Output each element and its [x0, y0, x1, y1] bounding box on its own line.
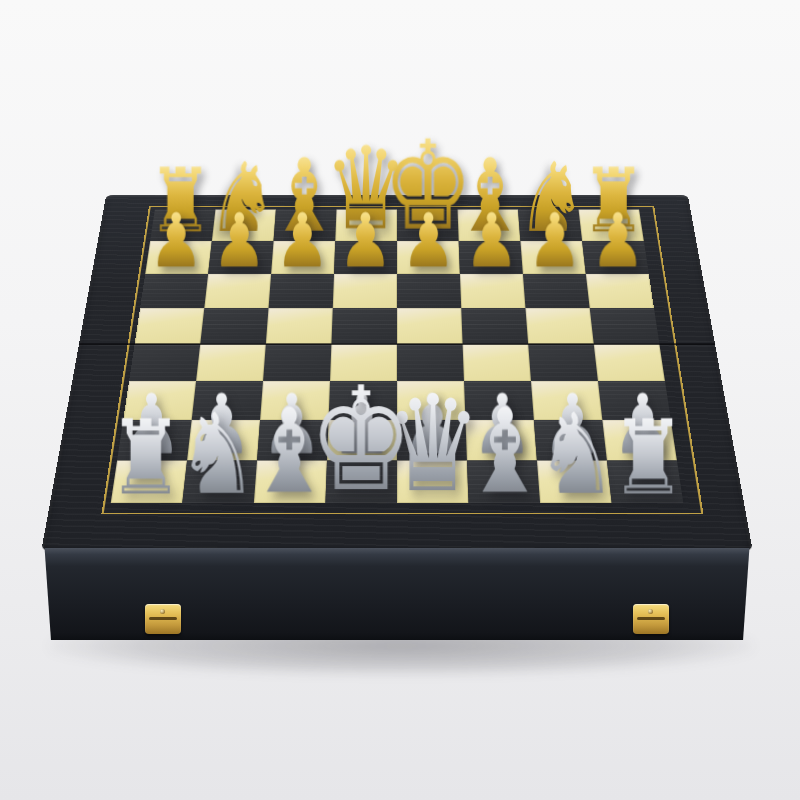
square-c7[interactable]: ♟ [271, 241, 335, 274]
piece-gold-pawn[interactable]: ♟ [590, 203, 645, 278]
left-latch [145, 604, 181, 634]
piece-gold-pawn[interactable]: ♟ [149, 203, 204, 278]
left-latch-slot [149, 617, 177, 620]
square-d6[interactable] [333, 274, 397, 308]
piece-silver-rook[interactable]: ♜ [108, 406, 184, 510]
piece-gold-pawn[interactable]: ♟ [275, 203, 330, 278]
piece-silver-rook[interactable]: ♜ [610, 406, 686, 510]
square-e5[interactable] [397, 308, 463, 344]
square-a7[interactable]: ♟ [145, 241, 212, 274]
left-latch-screw [160, 609, 165, 614]
square-b6[interactable] [204, 274, 271, 308]
square-g6[interactable] [523, 274, 590, 308]
square-h5[interactable] [590, 308, 660, 344]
right-latch-slot [637, 617, 665, 620]
square-g5[interactable] [525, 308, 593, 344]
board-grid: ♜♞♝♛♚♝♞♜♟♟♟♟♟♟♟♟♟♟♟♟♟♟♟♟♜♞♝♚♛♝♞♜ [111, 209, 694, 503]
square-c5[interactable] [266, 308, 333, 344]
box-top-surface: ♜♞♝♛♚♝♞♜♟♟♟♟♟♟♟♟♟♟♟♟♟♟♟♟♜♞♝♚♛♝♞♜ [41, 195, 752, 551]
piece-gold-pawn[interactable]: ♟ [212, 203, 267, 278]
square-g1[interactable]: ♞ [537, 461, 612, 503]
board-frame-goldline: ♜♞♝♛♚♝♞♜♟♟♟♟♟♟♟♟♟♟♟♟♟♟♟♟♜♞♝♚♛♝♞♜ [101, 206, 703, 514]
square-d5[interactable] [331, 308, 397, 344]
piece-gold-pawn[interactable]: ♟ [464, 203, 519, 278]
square-g7[interactable]: ♟ [520, 241, 585, 274]
square-h6[interactable] [586, 274, 654, 308]
piece-silver-king[interactable]: ♚ [308, 368, 413, 512]
square-f6[interactable] [460, 274, 526, 308]
piece-gold-pawn[interactable]: ♟ [338, 203, 393, 278]
box-front-face [41, 548, 753, 640]
square-e7[interactable]: ♟ [397, 241, 460, 274]
piece-silver-knight[interactable]: ♞ [536, 398, 618, 510]
square-e6[interactable] [397, 274, 461, 308]
square-a5[interactable] [135, 308, 205, 344]
square-b7[interactable]: ♟ [208, 241, 273, 274]
piece-gold-pawn[interactable]: ♟ [401, 203, 456, 278]
square-d7[interactable]: ♟ [334, 241, 397, 274]
square-h1[interactable]: ♜ [607, 461, 683, 503]
right-latch [633, 604, 669, 634]
square-a6[interactable] [140, 274, 208, 308]
square-f7[interactable]: ♟ [459, 241, 523, 274]
square-b5[interactable] [200, 308, 268, 344]
right-latch-screw [648, 609, 653, 614]
square-d1[interactable]: ♚ [325, 461, 397, 503]
square-h7[interactable]: ♟ [582, 241, 649, 274]
square-c6[interactable] [269, 274, 335, 308]
piece-gold-pawn[interactable]: ♟ [527, 203, 582, 278]
photo-background: ♜♞♝♛♚♝♞♜♟♟♟♟♟♟♟♟♟♟♟♟♟♟♟♟♜♞♝♚♛♝♞♜ [0, 0, 800, 800]
square-f5[interactable] [461, 308, 528, 344]
